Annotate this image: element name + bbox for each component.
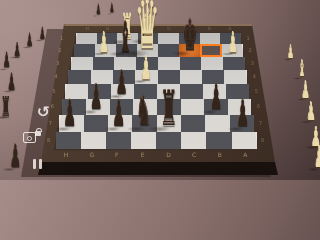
board-square-b3[interactable]	[201, 57, 223, 70]
board-square-g8[interactable]	[81, 132, 106, 150]
camera-lens-icon	[27, 136, 32, 141]
pause-bar-icon	[39, 159, 42, 169]
pause-button[interactable]	[31, 158, 45, 170]
camera-lock-button[interactable]	[22, 128, 42, 143]
board-square-c8[interactable]	[181, 132, 206, 150]
chess-app-screen: { "game": "chess", "app": { "description…	[0, 0, 320, 180]
board-square-b8[interactable]	[206, 132, 231, 150]
white-pawn-captured-0[interactable]: ♟	[241, 47, 320, 60]
white-pawn-captured-4[interactable]: ♟	[266, 129, 320, 149]
board-rank-row	[56, 132, 257, 150]
undo-button[interactable]: ↺	[37, 103, 50, 121]
board-square-a4[interactable]	[224, 70, 246, 84]
black-pawn-captured-1[interactable]: ♟	[62, 5, 162, 14]
white-bishop-captured-1[interactable]: ♝	[252, 63, 320, 79]
white-pawn-captured-5[interactable]: ♟	[269, 150, 320, 171]
pause-bar-icon	[33, 159, 36, 169]
board-square-h3[interactable]	[71, 57, 93, 70]
lock-body-icon	[35, 131, 41, 136]
